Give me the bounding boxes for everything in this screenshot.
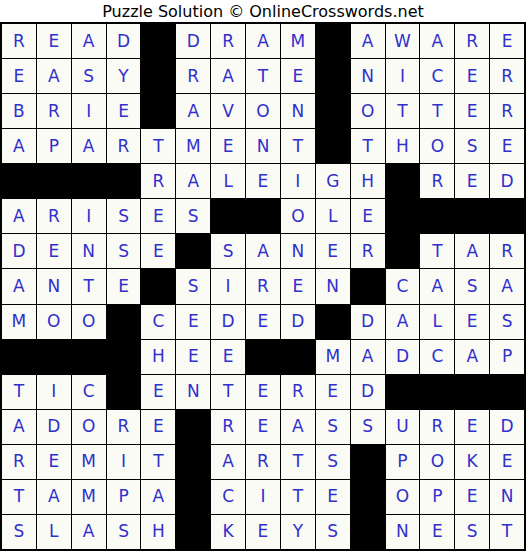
block-cell: [141, 94, 175, 128]
block-cell: [386, 164, 420, 198]
letter-cell: O: [420, 129, 454, 163]
letter-cell: E: [246, 515, 280, 549]
letter-cell: P: [490, 340, 524, 374]
block-cell: [107, 164, 141, 198]
letter-cell: S: [455, 269, 489, 303]
letter-cell: T: [141, 129, 175, 163]
block-cell: [455, 199, 489, 233]
block-cell: [141, 269, 175, 303]
letter-cell: T: [420, 94, 454, 128]
letter-cell: M: [281, 24, 315, 58]
letter-cell: O: [246, 94, 280, 128]
letter-cell: R: [490, 59, 524, 93]
letter-cell: A: [455, 234, 489, 268]
letter-cell: W: [386, 24, 420, 58]
letter-cell: N: [72, 234, 106, 268]
letter-cell: I: [107, 445, 141, 479]
block-cell: [316, 24, 350, 58]
block-cell: [420, 199, 454, 233]
letter-cell: E: [107, 94, 141, 128]
letter-cell: T: [281, 445, 315, 479]
letter-cell: L: [316, 199, 350, 233]
letter-cell: T: [281, 129, 315, 163]
letter-cell: R: [246, 445, 280, 479]
block-cell: [490, 375, 524, 409]
letter-cell: O: [420, 445, 454, 479]
letter-cell: I: [246, 480, 280, 514]
block-cell: [72, 164, 106, 198]
block-cell: [37, 164, 71, 198]
letter-cell: O: [37, 305, 71, 339]
letter-cell: I: [37, 375, 71, 409]
block-cell: [351, 515, 385, 549]
letter-cell: K: [455, 445, 489, 479]
letter-cell: G: [316, 164, 350, 198]
letter-cell: R: [420, 164, 454, 198]
letter-cell: E: [246, 375, 280, 409]
letter-cell: C: [141, 305, 175, 339]
letter-cell: M: [176, 129, 210, 163]
letter-cell: E: [316, 375, 350, 409]
letter-cell: N: [37, 269, 71, 303]
letter-cell: R: [107, 410, 141, 444]
letter-cell: R: [37, 94, 71, 128]
letter-cell: B: [2, 94, 36, 128]
letter-cell: H: [141, 515, 175, 549]
puzzle-solution-page: Puzzle Solution © OnlineCrosswords.net R…: [0, 0, 526, 551]
letter-cell: R: [281, 375, 315, 409]
letter-cell: D: [351, 375, 385, 409]
block-cell: [2, 164, 36, 198]
letter-cell: T: [72, 269, 106, 303]
letter-cell: A: [455, 340, 489, 374]
letter-cell: O: [281, 199, 315, 233]
letter-cell: E: [141, 234, 175, 268]
letter-cell: R: [490, 94, 524, 128]
letter-cell: E: [211, 340, 245, 374]
block-cell: [490, 199, 524, 233]
letter-cell: E: [420, 515, 454, 549]
letter-cell: A: [211, 59, 245, 93]
letter-cell: O: [72, 410, 106, 444]
letter-cell: E: [455, 410, 489, 444]
letter-cell: H: [351, 164, 385, 198]
letter-cell: R: [490, 234, 524, 268]
letter-cell: M: [72, 445, 106, 479]
letter-cell: D: [490, 164, 524, 198]
block-cell: [455, 375, 489, 409]
block-cell: [316, 59, 350, 93]
letter-cell: P: [37, 129, 71, 163]
letter-cell: A: [176, 94, 210, 128]
block-cell: [176, 480, 210, 514]
letter-cell: S: [2, 515, 36, 549]
letter-cell: A: [72, 129, 106, 163]
letter-cell: E: [211, 129, 245, 163]
letter-cell: A: [246, 24, 280, 58]
letter-cell: R: [2, 24, 36, 58]
crossword-grid: READDRAMAWAREEASYRATENICERBRIEAVONOTTERA…: [0, 22, 526, 551]
letter-cell: T: [211, 375, 245, 409]
block-cell: [246, 340, 280, 374]
block-cell: [211, 199, 245, 233]
letter-cell: A: [351, 340, 385, 374]
letter-cell: T: [2, 480, 36, 514]
letter-cell: E: [176, 305, 210, 339]
letter-cell: T: [490, 515, 524, 549]
letter-cell: A: [72, 24, 106, 58]
block-cell: [107, 305, 141, 339]
letter-cell: R: [37, 199, 71, 233]
letter-cell: D: [37, 410, 71, 444]
block-cell: [281, 340, 315, 374]
letter-cell: S: [316, 515, 350, 549]
letter-cell: Y: [107, 59, 141, 93]
letter-cell: R: [351, 234, 385, 268]
block-cell: [107, 375, 141, 409]
letter-cell: E: [455, 480, 489, 514]
letter-cell: D: [2, 234, 36, 268]
letter-cell: D: [490, 410, 524, 444]
block-cell: [141, 59, 175, 93]
letter-cell: I: [211, 269, 245, 303]
letter-cell: S: [351, 410, 385, 444]
letter-cell: N: [176, 375, 210, 409]
letter-cell: T: [281, 480, 315, 514]
letter-cell: R: [107, 129, 141, 163]
letter-cell: E: [176, 340, 210, 374]
letter-cell: A: [141, 480, 175, 514]
letter-cell: D: [176, 24, 210, 58]
letter-cell: A: [2, 199, 36, 233]
letter-cell: A: [246, 234, 280, 268]
letter-cell: N: [490, 480, 524, 514]
letter-cell: A: [211, 445, 245, 479]
letter-cell: A: [176, 164, 210, 198]
letter-cell: N: [281, 234, 315, 268]
letter-cell: A: [2, 129, 36, 163]
letter-cell: K: [211, 515, 245, 549]
letter-cell: S: [107, 199, 141, 233]
letter-cell: P: [386, 445, 420, 479]
letter-cell: I: [386, 59, 420, 93]
letter-cell: D: [351, 305, 385, 339]
letter-cell: E: [37, 234, 71, 268]
letter-cell: A: [281, 410, 315, 444]
letter-cell: S: [176, 199, 210, 233]
letter-cell: S: [455, 515, 489, 549]
letter-cell: S: [316, 445, 350, 479]
letter-cell: E: [141, 375, 175, 409]
letter-cell: V: [211, 94, 245, 128]
letter-cell: U: [386, 410, 420, 444]
letter-cell: D: [281, 305, 315, 339]
letter-cell: N: [246, 129, 280, 163]
letter-cell: P: [420, 480, 454, 514]
letter-cell: E: [37, 24, 71, 58]
letter-cell: R: [2, 445, 36, 479]
letter-cell: R: [141, 164, 175, 198]
letter-cell: N: [281, 94, 315, 128]
letter-cell: A: [2, 269, 36, 303]
letter-cell: E: [246, 305, 280, 339]
letter-cell: I: [281, 164, 315, 198]
letter-cell: T: [141, 445, 175, 479]
block-cell: [420, 375, 454, 409]
letter-cell: S: [211, 234, 245, 268]
letter-cell: E: [455, 94, 489, 128]
letter-cell: S: [72, 59, 106, 93]
block-cell: [72, 340, 106, 374]
letter-cell: S: [107, 234, 141, 268]
letter-cell: D: [211, 305, 245, 339]
letter-cell: E: [37, 445, 71, 479]
block-cell: [176, 410, 210, 444]
letter-cell: A: [2, 410, 36, 444]
block-cell: [246, 199, 280, 233]
letter-cell: M: [72, 480, 106, 514]
letter-cell: O: [351, 94, 385, 128]
letter-cell: L: [211, 164, 245, 198]
block-cell: [386, 234, 420, 268]
block-cell: [316, 305, 350, 339]
letter-cell: M: [2, 305, 36, 339]
letter-cell: I: [72, 94, 106, 128]
letter-cell: T: [420, 234, 454, 268]
page-title: Puzzle Solution © OnlineCrosswords.net: [0, 0, 526, 22]
letter-cell: A: [420, 269, 454, 303]
letter-cell: A: [386, 305, 420, 339]
letter-cell: E: [2, 59, 36, 93]
letter-cell: Y: [281, 515, 315, 549]
block-cell: [176, 234, 210, 268]
letter-cell: D: [386, 340, 420, 374]
letter-cell: E: [107, 269, 141, 303]
letter-cell: R: [455, 24, 489, 58]
letter-cell: E: [316, 480, 350, 514]
letter-cell: R: [211, 410, 245, 444]
letter-cell: C: [420, 59, 454, 93]
block-cell: [176, 515, 210, 549]
letter-cell: E: [281, 59, 315, 93]
letter-cell: N: [386, 515, 420, 549]
letter-cell: L: [420, 305, 454, 339]
letter-cell: C: [386, 269, 420, 303]
letter-cell: C: [420, 340, 454, 374]
letter-cell: T: [351, 129, 385, 163]
letter-cell: P: [107, 480, 141, 514]
letter-cell: E: [141, 199, 175, 233]
letter-cell: E: [141, 410, 175, 444]
block-cell: [176, 445, 210, 479]
letter-cell: S: [455, 129, 489, 163]
letter-cell: S: [316, 410, 350, 444]
letter-cell: E: [490, 129, 524, 163]
letter-cell: E: [281, 269, 315, 303]
letter-cell: E: [351, 199, 385, 233]
block-cell: [351, 445, 385, 479]
letter-cell: R: [246, 269, 280, 303]
letter-cell: S: [176, 269, 210, 303]
block-cell: [351, 269, 385, 303]
letter-cell: I: [72, 199, 106, 233]
block-cell: [107, 340, 141, 374]
letter-cell: A: [351, 24, 385, 58]
letter-cell: N: [316, 269, 350, 303]
letter-cell: R: [176, 59, 210, 93]
letter-cell: T: [246, 59, 280, 93]
letter-cell: S: [107, 515, 141, 549]
block-cell: [316, 94, 350, 128]
letter-cell: N: [351, 59, 385, 93]
block-cell: [141, 24, 175, 58]
block-cell: [386, 199, 420, 233]
letter-cell: E: [246, 410, 280, 444]
letter-cell: E: [490, 24, 524, 58]
block-cell: [37, 340, 71, 374]
letter-cell: H: [141, 340, 175, 374]
letter-cell: A: [490, 269, 524, 303]
letter-cell: T: [386, 94, 420, 128]
letter-cell: E: [455, 305, 489, 339]
letter-cell: D: [107, 24, 141, 58]
block-cell: [386, 375, 420, 409]
letter-cell: A: [420, 24, 454, 58]
letter-cell: E: [455, 164, 489, 198]
letter-cell: C: [211, 480, 245, 514]
block-cell: [2, 340, 36, 374]
block-cell: [351, 480, 385, 514]
letter-cell: A: [37, 480, 71, 514]
letter-cell: L: [37, 515, 71, 549]
letter-cell: C: [72, 375, 106, 409]
letter-cell: T: [2, 375, 36, 409]
letter-cell: E: [246, 164, 280, 198]
letter-cell: H: [386, 129, 420, 163]
letter-cell: E: [490, 445, 524, 479]
block-cell: [316, 129, 350, 163]
letter-cell: A: [72, 515, 106, 549]
letter-cell: E: [455, 59, 489, 93]
letter-cell: E: [316, 234, 350, 268]
letter-cell: R: [420, 410, 454, 444]
letter-cell: A: [37, 59, 71, 93]
letter-cell: S: [490, 305, 524, 339]
letter-cell: O: [72, 305, 106, 339]
letter-cell: O: [386, 480, 420, 514]
letter-cell: M: [316, 340, 350, 374]
letter-cell: R: [211, 24, 245, 58]
